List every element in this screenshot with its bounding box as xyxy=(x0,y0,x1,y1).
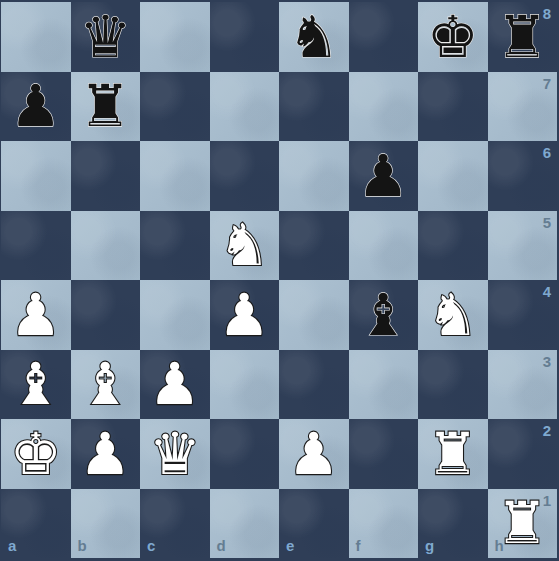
square-c8[interactable] xyxy=(140,2,210,72)
square-h4[interactable]: 4 xyxy=(488,280,558,350)
square-d1[interactable]: d xyxy=(210,489,280,559)
chess-board-frame: ♛♞♚8♜♟♜7♟6♞5♟♟♝♞4♝♝♟3♚♟♛♟♜2abcdefg1h♜ xyxy=(0,0,559,561)
rank-label-7: 7 xyxy=(543,75,551,92)
square-f4[interactable]: ♝ xyxy=(349,280,419,350)
piece-black-pawn[interactable]: ♟ xyxy=(10,77,62,135)
square-g5[interactable] xyxy=(418,211,488,281)
square-f7[interactable] xyxy=(349,72,419,142)
square-d3[interactable] xyxy=(210,350,280,420)
square-d2[interactable] xyxy=(210,419,280,489)
file-label-g: g xyxy=(425,537,434,554)
square-f8[interactable] xyxy=(349,2,419,72)
rank-label-2: 2 xyxy=(543,422,551,439)
square-b6[interactable] xyxy=(71,141,141,211)
square-g2[interactable]: ♜ xyxy=(418,419,488,489)
square-f5[interactable] xyxy=(349,211,419,281)
square-b8[interactable]: ♛ xyxy=(71,2,141,72)
square-a5[interactable] xyxy=(1,211,71,281)
piece-white-bishop[interactable]: ♝ xyxy=(10,355,62,413)
piece-black-pawn[interactable]: ♟ xyxy=(357,147,409,205)
piece-black-bishop[interactable]: ♝ xyxy=(357,286,409,344)
square-b1[interactable]: b xyxy=(71,489,141,559)
square-d8[interactable] xyxy=(210,2,280,72)
square-a1[interactable]: a xyxy=(1,489,71,559)
square-e5[interactable] xyxy=(279,211,349,281)
piece-white-knight[interactable]: ♞ xyxy=(427,286,479,344)
piece-white-pawn[interactable]: ♟ xyxy=(10,286,62,344)
chess-board: ♛♞♚8♜♟♜7♟6♞5♟♟♝♞4♝♝♟3♚♟♛♟♜2abcdefg1h♜ xyxy=(1,2,557,558)
square-a4[interactable]: ♟ xyxy=(1,280,71,350)
square-c2[interactable]: ♛ xyxy=(140,419,210,489)
square-h7[interactable]: 7 xyxy=(488,72,558,142)
square-g8[interactable]: ♚ xyxy=(418,2,488,72)
square-e6[interactable] xyxy=(279,141,349,211)
file-label-b: b xyxy=(78,537,87,554)
square-a2[interactable]: ♚ xyxy=(1,419,71,489)
square-e7[interactable] xyxy=(279,72,349,142)
square-f3[interactable] xyxy=(349,350,419,420)
piece-black-rook[interactable]: ♜ xyxy=(79,77,131,135)
square-h6[interactable]: 6 xyxy=(488,141,558,211)
square-h8[interactable]: 8♜ xyxy=(488,2,558,72)
square-f6[interactable]: ♟ xyxy=(349,141,419,211)
piece-black-knight[interactable]: ♞ xyxy=(288,8,340,66)
piece-black-king[interactable]: ♚ xyxy=(427,8,479,66)
piece-white-bishop[interactable]: ♝ xyxy=(79,355,131,413)
piece-white-queen[interactable]: ♛ xyxy=(149,425,201,483)
piece-white-knight[interactable]: ♞ xyxy=(218,216,270,274)
square-e2[interactable]: ♟ xyxy=(279,419,349,489)
square-b7[interactable]: ♜ xyxy=(71,72,141,142)
piece-white-pawn[interactable]: ♟ xyxy=(288,425,340,483)
square-g7[interactable] xyxy=(418,72,488,142)
square-h3[interactable]: 3 xyxy=(488,350,558,420)
square-e1[interactable]: e xyxy=(279,489,349,559)
piece-white-pawn[interactable]: ♟ xyxy=(149,355,201,413)
rank-label-8: 8 xyxy=(543,5,551,22)
square-g4[interactable]: ♞ xyxy=(418,280,488,350)
file-label-d: d xyxy=(217,537,226,554)
piece-white-pawn[interactable]: ♟ xyxy=(79,425,131,483)
square-b4[interactable] xyxy=(71,280,141,350)
rank-label-6: 6 xyxy=(543,144,551,161)
square-b3[interactable]: ♝ xyxy=(71,350,141,420)
square-h1[interactable]: 1h♜ xyxy=(488,489,558,559)
piece-white-rook[interactable]: ♜ xyxy=(496,494,548,552)
square-c1[interactable]: c xyxy=(140,489,210,559)
square-e3[interactable] xyxy=(279,350,349,420)
square-f1[interactable]: f xyxy=(349,489,419,559)
piece-white-rook[interactable]: ♜ xyxy=(427,425,479,483)
square-g1[interactable]: g xyxy=(418,489,488,559)
square-d6[interactable] xyxy=(210,141,280,211)
rank-label-3: 3 xyxy=(543,353,551,370)
file-label-e: e xyxy=(286,537,294,554)
square-b5[interactable] xyxy=(71,211,141,281)
rank-label-4: 4 xyxy=(543,283,551,300)
file-label-a: a xyxy=(8,537,16,554)
square-c3[interactable]: ♟ xyxy=(140,350,210,420)
square-h5[interactable]: 5 xyxy=(488,211,558,281)
piece-black-rook[interactable]: ♜ xyxy=(496,8,548,66)
square-e8[interactable]: ♞ xyxy=(279,2,349,72)
square-a7[interactable]: ♟ xyxy=(1,72,71,142)
square-g6[interactable] xyxy=(418,141,488,211)
file-label-f: f xyxy=(356,537,361,554)
rank-label-1: 1 xyxy=(543,492,551,509)
square-d5[interactable]: ♞ xyxy=(210,211,280,281)
piece-white-king[interactable]: ♚ xyxy=(10,425,62,483)
square-c6[interactable] xyxy=(140,141,210,211)
file-label-c: c xyxy=(147,537,155,554)
square-a6[interactable] xyxy=(1,141,71,211)
square-c5[interactable] xyxy=(140,211,210,281)
square-c7[interactable] xyxy=(140,72,210,142)
square-g3[interactable] xyxy=(418,350,488,420)
square-b2[interactable]: ♟ xyxy=(71,419,141,489)
piece-white-pawn[interactable]: ♟ xyxy=(218,286,270,344)
square-f2[interactable] xyxy=(349,419,419,489)
square-c4[interactable] xyxy=(140,280,210,350)
square-h2[interactable]: 2 xyxy=(488,419,558,489)
square-e4[interactable] xyxy=(279,280,349,350)
square-d7[interactable] xyxy=(210,72,280,142)
file-label-h: h xyxy=(495,537,504,554)
piece-black-queen[interactable]: ♛ xyxy=(79,8,131,66)
square-a3[interactable]: ♝ xyxy=(1,350,71,420)
rank-label-5: 5 xyxy=(543,214,551,231)
square-a8[interactable] xyxy=(1,2,71,72)
square-d4[interactable]: ♟ xyxy=(210,280,280,350)
